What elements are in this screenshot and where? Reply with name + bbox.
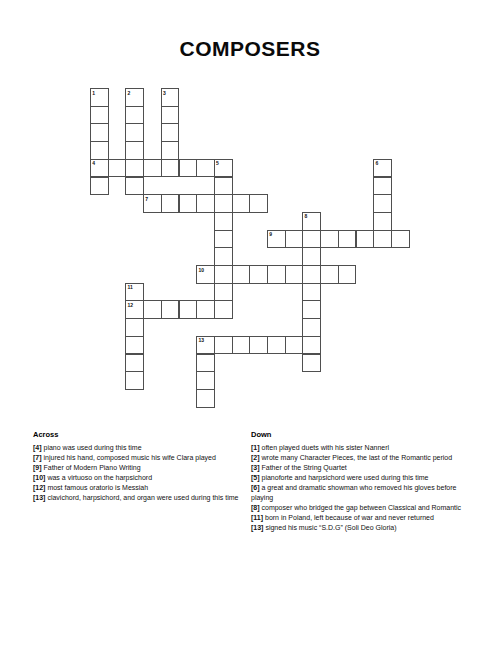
grid-cell-r6c5[interactable] xyxy=(179,194,198,213)
across-clue-list: [4] piano was used during this time[7] i… xyxy=(33,443,246,503)
grid-cell-r8c11[interactable] xyxy=(285,230,304,249)
grid-cell-r8c16[interactable] xyxy=(373,230,392,249)
grid-cell-r14c6[interactable]: 13 xyxy=(196,336,215,355)
grid-cell-r7c16[interactable] xyxy=(373,212,392,231)
clue-number-8: 8 xyxy=(305,213,308,219)
grid-cell-r12c2[interactable]: 12 xyxy=(125,300,144,319)
grid-cell-r3c4[interactable] xyxy=(161,141,180,160)
grid-cell-r3c2[interactable] xyxy=(125,141,144,160)
clue-down-6-number: [6] xyxy=(251,484,260,491)
grid-cell-r4c5[interactable] xyxy=(179,159,198,178)
clue-number-6: 6 xyxy=(375,160,378,166)
clue-number-3: 3 xyxy=(163,90,166,96)
grid-cell-r10c12[interactable] xyxy=(302,265,321,284)
grid-cell-r12c6[interactable] xyxy=(196,300,215,319)
clue-across-12-number: [12] xyxy=(33,484,45,491)
clue-across-9-number: [9] xyxy=(33,464,42,471)
grid-cell-r0c2[interactable]: 2 xyxy=(125,88,144,107)
clue-down-2-number: [2] xyxy=(251,454,260,461)
grid-cell-r7c7[interactable] xyxy=(214,212,233,231)
clue-across-4-number: [4] xyxy=(33,444,42,451)
grid-cell-r6c16[interactable] xyxy=(373,194,392,213)
down-header: Down xyxy=(251,430,465,440)
grid-cell-r8c15[interactable] xyxy=(356,230,375,249)
grid-cell-r12c3[interactable] xyxy=(143,300,162,319)
grid-cell-r3c0[interactable] xyxy=(90,141,109,160)
grid-cell-r8c17[interactable] xyxy=(391,230,410,249)
clue-number-13: 13 xyxy=(198,337,204,343)
grid-cell-r0c4[interactable]: 3 xyxy=(161,88,180,107)
grid-cell-r6c8[interactable] xyxy=(232,194,251,213)
clue-down-6: [6] a great and dramatic showman who rem… xyxy=(251,483,465,503)
grid-cell-r4c4[interactable] xyxy=(161,159,180,178)
grid-cell-r8c14[interactable] xyxy=(338,230,357,249)
grid-cell-r5c2[interactable] xyxy=(125,177,144,196)
clue-across-13: [13] clavichord, harpsichord, and organ … xyxy=(33,493,246,503)
grid-cell-r11c12[interactable] xyxy=(302,283,321,302)
grid-cell-r10c10[interactable] xyxy=(267,265,286,284)
grid-cell-r16c6[interactable] xyxy=(196,371,215,390)
clue-number-11: 11 xyxy=(128,284,133,290)
grid-cell-r2c4[interactable] xyxy=(161,123,180,142)
grid-cell-r4c2[interactable] xyxy=(125,159,144,178)
grid-cell-r15c12[interactable] xyxy=(302,354,321,373)
grid-cell-r10c9[interactable] xyxy=(249,265,268,284)
grid-cell-r6c6[interactable] xyxy=(196,194,215,213)
grid-cell-r4c3[interactable] xyxy=(143,159,162,178)
grid-cell-r8c7[interactable] xyxy=(214,230,233,249)
across-header: Across xyxy=(33,430,246,440)
grid-cell-r2c2[interactable] xyxy=(125,123,144,142)
grid-cell-r15c6[interactable] xyxy=(196,354,215,373)
clue-across-10: [10] was a virtuoso on the harpsichord xyxy=(33,473,246,483)
clue-down-2: [2] wrote many Character Pieces, the las… xyxy=(251,453,465,463)
grid-cell-r1c4[interactable] xyxy=(161,106,180,125)
clue-number-4: 4 xyxy=(92,160,95,166)
grid-cell-r4c0[interactable]: 4 xyxy=(90,159,109,178)
clue-number-7: 7 xyxy=(145,196,148,202)
grid-cell-r11c2[interactable]: 11 xyxy=(125,283,144,302)
grid-cell-r14c7[interactable] xyxy=(214,336,233,355)
clue-number-5: 5 xyxy=(216,160,219,166)
grid-cell-r13c2[interactable] xyxy=(125,318,144,337)
clue-down-8: [8] composer who bridged the gap between… xyxy=(251,503,465,513)
grid-cell-r6c4[interactable] xyxy=(161,194,180,213)
down-clue-list: [1] often played duets with his sister N… xyxy=(251,443,465,533)
grid-cell-r10c6[interactable]: 10 xyxy=(196,265,215,284)
grid-cell-r10c11[interactable] xyxy=(285,265,304,284)
worksheet-page: COMPOSERS 12345678910111213 Across [4] p… xyxy=(0,0,500,647)
grid-cell-r10c14[interactable] xyxy=(338,265,357,284)
clue-down-11: [11] born in Poland, left because of war… xyxy=(251,513,465,523)
clue-number-1: 1 xyxy=(92,90,95,96)
grid-cell-r10c7[interactable] xyxy=(214,265,233,284)
grid-cell-r5c16[interactable] xyxy=(373,177,392,196)
clue-across-9: [9] Father of Modern Piano Writing xyxy=(33,463,246,473)
grid-cell-r14c12[interactable] xyxy=(302,336,321,355)
clue-number-10: 10 xyxy=(198,267,204,273)
grid-cell-r6c7[interactable] xyxy=(214,194,233,213)
clue-down-8-number: [8] xyxy=(251,504,260,511)
grid-cell-r4c6[interactable] xyxy=(196,159,215,178)
clue-down-5-number: [5] xyxy=(251,474,260,481)
grid-cell-r8c12[interactable] xyxy=(302,230,321,249)
clue-across-10-number: [10] xyxy=(33,474,45,481)
clue-down-3-number: [3] xyxy=(251,464,260,471)
grid-cell-r9c12[interactable] xyxy=(302,247,321,266)
grid-cell-r0c0[interactable]: 1 xyxy=(90,88,109,107)
grid-cell-r1c0[interactable] xyxy=(90,106,109,125)
clue-number-12: 12 xyxy=(128,302,134,308)
grid-cell-r14c11[interactable] xyxy=(285,336,304,355)
grid-cell-r1c2[interactable] xyxy=(125,106,144,125)
grid-cell-r16c2[interactable] xyxy=(125,371,144,390)
clue-across-13-number: [13] xyxy=(33,494,45,501)
clue-across-7: [7] injured his hand, composed music his… xyxy=(33,453,246,463)
grid-cell-r7c12[interactable]: 8 xyxy=(302,212,321,231)
grid-cell-r10c8[interactable] xyxy=(232,265,251,284)
grid-cell-r12c5[interactable] xyxy=(179,300,198,319)
grid-cell-r4c1[interactable] xyxy=(108,159,127,178)
grid-cell-r9c7[interactable] xyxy=(214,247,233,266)
grid-cell-r4c7[interactable]: 5 xyxy=(214,159,233,178)
grid-cell-r5c0[interactable] xyxy=(90,177,109,196)
down-clues-section: Down [1] often played duets with his sis… xyxy=(251,430,465,533)
grid-cell-r8c10[interactable]: 9 xyxy=(267,230,286,249)
grid-cell-r14c8[interactable] xyxy=(232,336,251,355)
clue-down-13-number: [13] xyxy=(251,524,263,531)
clue-across-7-number: [7] xyxy=(33,454,42,461)
grid-cell-r12c12[interactable] xyxy=(302,300,321,319)
grid-cell-r4c16[interactable]: 6 xyxy=(373,159,392,178)
puzzle-title: COMPOSERS xyxy=(0,37,500,61)
grid-cell-r13c12[interactable] xyxy=(302,318,321,337)
grid-cell-r6c3[interactable]: 7 xyxy=(143,194,162,213)
clue-down-1-number: [1] xyxy=(251,444,260,451)
grid-cell-r11c7[interactable] xyxy=(214,283,233,302)
clue-across-12: [12] most famous oratorio is Messiah xyxy=(33,483,246,493)
grid-cell-r8c13[interactable] xyxy=(320,230,339,249)
clue-down-5: [5] pianoforte and harpsichord were used… xyxy=(251,473,465,483)
clue-across-4: [4] piano was used during this time xyxy=(33,443,246,453)
clue-number-2: 2 xyxy=(128,90,131,96)
clue-down-13: [13] signed his music “S.D.G” (Soli Deo … xyxy=(251,523,465,533)
clue-number-9: 9 xyxy=(269,231,272,237)
across-clues-section: Across [4] piano was used during this ti… xyxy=(33,430,246,503)
grid-cell-r12c4[interactable] xyxy=(161,300,180,319)
grid-cell-r2c0[interactable] xyxy=(90,123,109,142)
grid-cell-r15c2[interactable] xyxy=(125,354,144,373)
grid-cell-r17c6[interactable] xyxy=(196,389,215,408)
clue-down-3: [3] Father of the String Quartet xyxy=(251,463,465,473)
grid-cell-r14c10[interactable] xyxy=(267,336,286,355)
grid-cell-r14c9[interactable] xyxy=(249,336,268,355)
clue-down-1: [1] often played duets with his sister N… xyxy=(251,443,465,453)
grid-cell-r10c13[interactable] xyxy=(320,265,339,284)
crossword-grid: 12345678910111213 xyxy=(90,88,410,408)
clue-down-11-number: [11] xyxy=(251,514,263,521)
grid-cell-r6c9[interactable] xyxy=(249,194,268,213)
grid-cell-r14c2[interactable] xyxy=(125,336,144,355)
grid-cell-r12c7[interactable] xyxy=(214,300,233,319)
grid-cell-r5c7[interactable] xyxy=(214,177,233,196)
